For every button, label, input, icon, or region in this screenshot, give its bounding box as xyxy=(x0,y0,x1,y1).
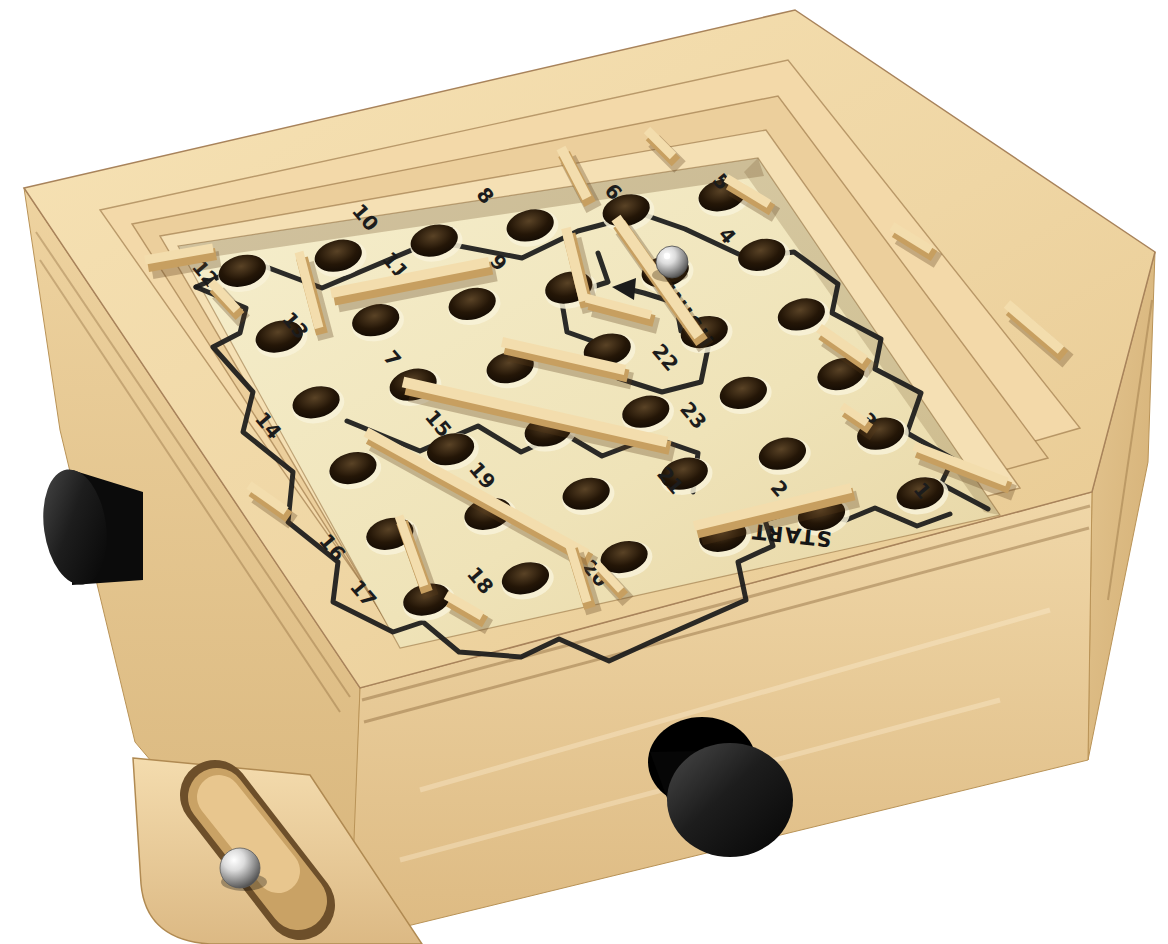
steel-ball xyxy=(656,246,688,278)
knob-front-cap xyxy=(667,743,793,857)
ball-highlight xyxy=(664,253,670,259)
labyrinth-game-scene: 1234567891011121314151617181920212223STA… xyxy=(0,0,1168,944)
labyrinth-board: 1234567891011121314151617181920212223STA… xyxy=(0,0,1168,944)
spare-ball xyxy=(220,848,260,888)
